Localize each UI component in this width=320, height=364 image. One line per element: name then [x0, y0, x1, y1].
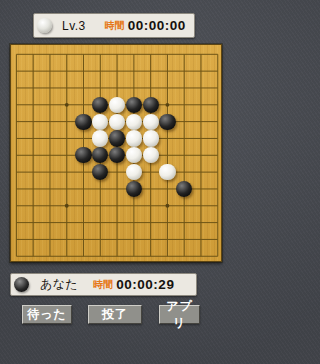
- star-point: [65, 204, 69, 208]
- white-stone: [126, 114, 142, 130]
- white-stone: [92, 130, 108, 146]
- go-board[interactable]: [10, 44, 222, 262]
- star-point: [65, 103, 69, 107]
- opponent-timer: 00:00:00: [128, 18, 186, 33]
- white-stone: [143, 147, 159, 163]
- player-name: あなた: [40, 276, 78, 293]
- resign-button[interactable]: 投了: [88, 305, 142, 324]
- black-stone: [75, 114, 91, 130]
- white-stone: [143, 130, 159, 146]
- white-stone: [126, 164, 142, 180]
- player-status-bar: あなた 時間 00:00:29: [10, 273, 197, 296]
- app-button[interactable]: アプリ: [159, 305, 200, 324]
- black-stone: [143, 97, 159, 113]
- black-stone: [109, 130, 125, 146]
- opponent-time-label: 時間: [105, 19, 125, 33]
- undo-button[interactable]: 待った: [22, 305, 72, 324]
- white-stone: [126, 130, 142, 146]
- white-stone: [159, 164, 175, 180]
- star-point: [166, 204, 170, 208]
- black-stone: [75, 147, 91, 163]
- white-stone-icon: [37, 18, 52, 33]
- white-stone: [109, 97, 125, 113]
- black-stone: [159, 114, 175, 130]
- opponent-level: Lv.3: [62, 19, 86, 33]
- white-stone: [143, 114, 159, 130]
- white-stone: [109, 114, 125, 130]
- black-stone: [126, 181, 142, 197]
- player-time-label: 時間: [93, 278, 113, 292]
- star-point: [166, 103, 170, 107]
- opponent-status-bar: Lv.3 時間 00:00:00: [33, 13, 195, 38]
- black-stone: [126, 97, 142, 113]
- black-stone-icon: [14, 277, 29, 292]
- player-timer: 00:00:29: [116, 277, 174, 292]
- white-stone: [92, 114, 108, 130]
